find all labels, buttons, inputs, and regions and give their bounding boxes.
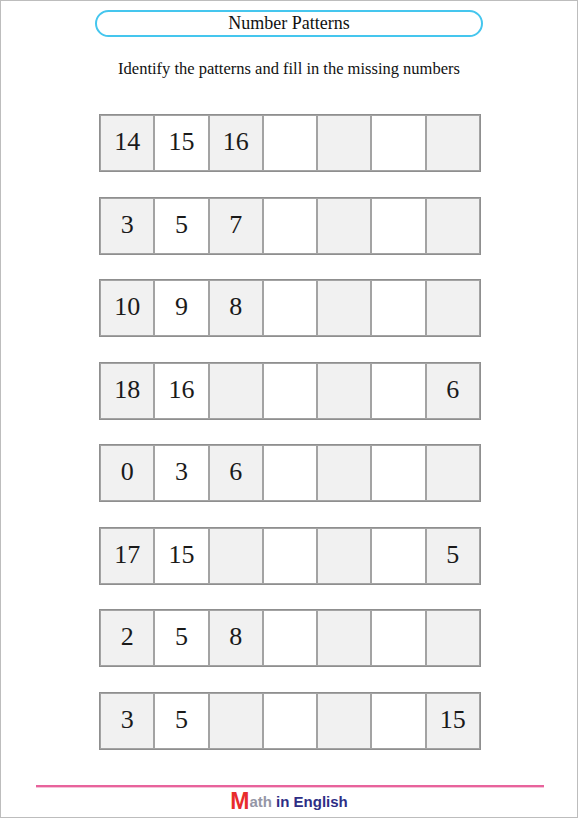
cell: 16 bbox=[209, 115, 263, 171]
cell-blank bbox=[317, 528, 371, 584]
footer-divider-line bbox=[36, 785, 544, 787]
cell: 15 bbox=[426, 693, 480, 749]
cell-blank bbox=[317, 445, 371, 501]
cell-blank bbox=[317, 363, 371, 419]
cell: 18 bbox=[100, 363, 154, 419]
cell-blank bbox=[317, 115, 371, 171]
pattern-row-8: 3 5 15 bbox=[99, 692, 481, 750]
cell: 7 bbox=[209, 198, 263, 254]
cell-blank bbox=[317, 198, 371, 254]
cell-blank bbox=[263, 528, 317, 584]
cell: 0 bbox=[100, 445, 154, 501]
cell: 9 bbox=[154, 280, 208, 336]
cell: 8 bbox=[209, 280, 263, 336]
cell-blank bbox=[263, 610, 317, 666]
cell: 5 bbox=[154, 198, 208, 254]
pattern-row-3: 10 9 8 bbox=[99, 279, 481, 337]
cell: 10 bbox=[100, 280, 154, 336]
cell-blank bbox=[263, 363, 317, 419]
cell-blank bbox=[371, 280, 425, 336]
pattern-row-2: 3 5 7 bbox=[99, 197, 481, 255]
cell-blank bbox=[426, 115, 480, 171]
worksheet-page: Number Patterns Identify the patterns an… bbox=[0, 0, 578, 818]
cell: 16 bbox=[154, 363, 208, 419]
cell: 6 bbox=[209, 445, 263, 501]
brand-logo: Math in English bbox=[1, 788, 577, 815]
cell: 14 bbox=[100, 115, 154, 171]
title-pill: Number Patterns bbox=[95, 10, 483, 37]
cell: 8 bbox=[209, 610, 263, 666]
cell: 3 bbox=[100, 198, 154, 254]
cell-blank bbox=[426, 445, 480, 501]
pattern-row-7: 2 5 8 bbox=[99, 609, 481, 667]
cell-blank bbox=[209, 363, 263, 419]
cell-blank bbox=[209, 693, 263, 749]
cell-blank bbox=[263, 198, 317, 254]
pattern-row-5: 0 3 6 bbox=[99, 444, 481, 502]
cell-blank bbox=[263, 115, 317, 171]
cell-blank bbox=[426, 610, 480, 666]
cell-blank bbox=[263, 445, 317, 501]
cell-blank bbox=[371, 198, 425, 254]
cell-blank bbox=[209, 528, 263, 584]
cell-blank bbox=[263, 693, 317, 749]
cell-blank bbox=[317, 693, 371, 749]
cell: 15 bbox=[154, 528, 208, 584]
cell-blank bbox=[263, 280, 317, 336]
pattern-rows: 14 15 16 3 5 7 10 9 8 18 bbox=[99, 114, 481, 750]
cell: 5 bbox=[154, 693, 208, 749]
cell-blank bbox=[371, 363, 425, 419]
cell-blank bbox=[317, 280, 371, 336]
cell-blank bbox=[371, 610, 425, 666]
cell: 17 bbox=[100, 528, 154, 584]
page-title: Number Patterns bbox=[228, 13, 349, 34]
pattern-row-6: 17 15 5 bbox=[99, 527, 481, 585]
cell: 15 bbox=[154, 115, 208, 171]
cell: 5 bbox=[426, 528, 480, 584]
brand-ath: ath bbox=[249, 793, 272, 810]
brand-letter-m: M bbox=[230, 788, 249, 814]
pattern-row-1: 14 15 16 bbox=[99, 114, 481, 172]
cell: 3 bbox=[100, 693, 154, 749]
cell: 5 bbox=[154, 610, 208, 666]
cell-blank bbox=[426, 280, 480, 336]
instruction-text: Identify the patterns and fill in the mi… bbox=[1, 59, 577, 79]
cell: 6 bbox=[426, 363, 480, 419]
brand-in-english: in English bbox=[272, 793, 348, 810]
cell: 2 bbox=[100, 610, 154, 666]
cell-blank bbox=[426, 198, 480, 254]
cell: 3 bbox=[154, 445, 208, 501]
cell-blank bbox=[371, 528, 425, 584]
cell-blank bbox=[371, 115, 425, 171]
cell-blank bbox=[371, 693, 425, 749]
cell-blank bbox=[371, 445, 425, 501]
pattern-row-4: 18 16 6 bbox=[99, 362, 481, 420]
cell-blank bbox=[317, 610, 371, 666]
